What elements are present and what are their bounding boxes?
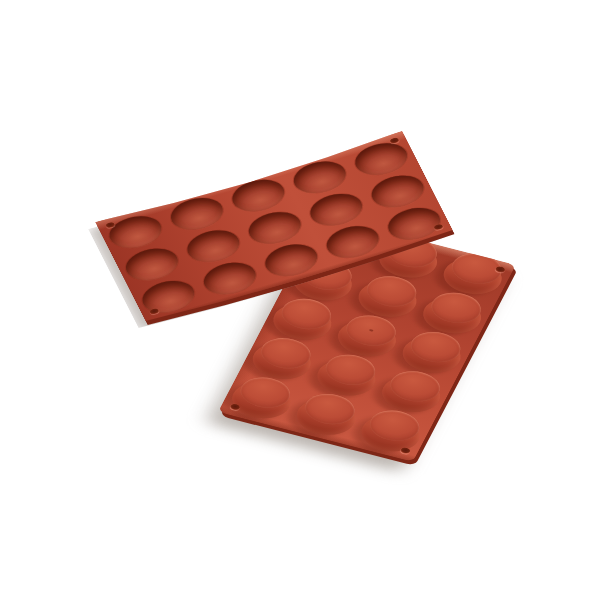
mold-cavity <box>243 207 307 249</box>
mold-cavity <box>304 188 368 230</box>
mold-cavity <box>288 156 352 198</box>
mold-sheet-surface <box>95 131 455 325</box>
mold-cavity <box>103 211 167 253</box>
mold-face-up <box>0 0 600 600</box>
mold-cavity <box>349 138 413 180</box>
mold-cavity <box>165 193 229 235</box>
mold-cavity <box>366 170 430 212</box>
mold-cavity <box>120 243 184 285</box>
product-photo <box>0 0 600 600</box>
mold-cavity <box>259 239 323 281</box>
mold-cavity <box>226 174 290 216</box>
mold-cavity <box>181 225 245 267</box>
